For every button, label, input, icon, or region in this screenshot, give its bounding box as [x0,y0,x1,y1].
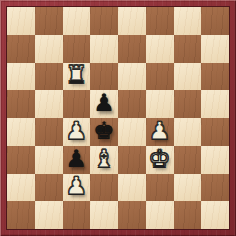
square-e5[interactable] [118,90,146,118]
square-d6[interactable] [90,63,118,91]
square-d1[interactable] [90,201,118,229]
square-b4[interactable] [35,118,63,146]
square-g7[interactable] [174,35,202,63]
square-f6[interactable] [146,63,174,91]
square-h5[interactable] [201,90,229,118]
square-b5[interactable] [35,90,63,118]
square-f2[interactable] [146,174,174,202]
square-h4[interactable] [201,118,229,146]
square-a8[interactable] [7,7,35,35]
square-g2[interactable] [174,174,202,202]
square-c7[interactable] [63,35,91,63]
square-d8[interactable] [90,7,118,35]
black-pawn[interactable]: ♟ [66,147,88,171]
square-g4[interactable] [174,118,202,146]
square-e2[interactable] [118,174,146,202]
square-h6[interactable] [201,63,229,91]
square-b2[interactable] [35,174,63,202]
chess-board: ♜♟♟♚♟♟♝♚♟ [7,7,229,229]
square-d3[interactable]: ♝ [90,146,118,174]
square-a3[interactable] [7,146,35,174]
white-rook[interactable]: ♜ [66,63,88,87]
square-g3[interactable] [174,146,202,174]
square-f7[interactable] [146,35,174,63]
black-king[interactable]: ♚ [93,119,115,143]
square-b7[interactable] [35,35,63,63]
square-e4[interactable] [118,118,146,146]
square-c3[interactable]: ♟ [63,146,91,174]
square-f1[interactable] [146,201,174,229]
square-a7[interactable] [7,35,35,63]
square-e1[interactable] [118,201,146,229]
square-c6[interactable]: ♜ [63,63,91,91]
square-e3[interactable] [118,146,146,174]
square-h3[interactable] [201,146,229,174]
square-h8[interactable] [201,7,229,35]
square-h7[interactable] [201,35,229,63]
square-g5[interactable] [174,90,202,118]
square-a5[interactable] [7,90,35,118]
square-d2[interactable] [90,174,118,202]
square-a1[interactable] [7,201,35,229]
square-b6[interactable] [35,63,63,91]
square-f4[interactable]: ♟ [146,118,174,146]
square-c8[interactable] [63,7,91,35]
square-e6[interactable] [118,63,146,91]
square-c2[interactable]: ♟ [63,174,91,202]
square-e8[interactable] [118,7,146,35]
square-h1[interactable] [201,201,229,229]
square-c5[interactable] [63,90,91,118]
square-f5[interactable] [146,90,174,118]
square-c4[interactable]: ♟ [63,118,91,146]
square-a2[interactable] [7,174,35,202]
square-d7[interactable] [90,35,118,63]
white-pawn[interactable]: ♟ [66,119,88,143]
square-d4[interactable]: ♚ [90,118,118,146]
square-d5[interactable]: ♟ [90,90,118,118]
square-f3[interactable]: ♚ [146,146,174,174]
square-a4[interactable] [7,118,35,146]
white-bishop[interactable]: ♝ [93,147,115,171]
white-pawn[interactable]: ♟ [66,174,88,198]
square-f8[interactable] [146,7,174,35]
black-pawn[interactable]: ♟ [93,91,115,115]
square-g8[interactable] [174,7,202,35]
square-c1[interactable] [63,201,91,229]
square-h2[interactable] [201,174,229,202]
square-b3[interactable] [35,146,63,174]
square-e7[interactable] [118,35,146,63]
chessboard-screenshot: ♜♟♟♚♟♟♝♚♟ [0,0,236,236]
white-pawn[interactable]: ♟ [149,119,171,143]
square-b1[interactable] [35,201,63,229]
square-a6[interactable] [7,63,35,91]
white-king[interactable]: ♚ [149,147,171,171]
square-g6[interactable] [174,63,202,91]
square-b8[interactable] [35,7,63,35]
square-g1[interactable] [174,201,202,229]
